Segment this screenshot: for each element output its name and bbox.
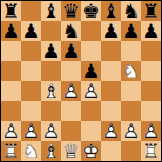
square-c8[interactable]: ♝ [41, 1, 61, 21]
white-bishop: ♗ [41, 141, 61, 161]
square-a4[interactable] [1, 81, 21, 101]
square-f6[interactable] [101, 41, 121, 61]
black-pawn: ♟ [61, 41, 81, 61]
square-c2[interactable]: ♟♙ [41, 121, 61, 141]
white-knight: ♘ [121, 61, 141, 81]
white-knight: ♘ [21, 141, 41, 161]
square-b4[interactable] [21, 81, 41, 101]
square-e1[interactable]: ♚♔ [81, 141, 101, 161]
white-rook-fill: ♜ [1, 141, 21, 161]
square-e4[interactable]: ♟♙ [81, 81, 101, 101]
square-g1[interactable] [121, 141, 141, 161]
black-pawn: ♟ [41, 41, 61, 61]
square-e6[interactable] [81, 41, 101, 61]
square-d5[interactable] [61, 61, 81, 81]
white-bishop: ♗ [41, 81, 61, 101]
square-d1[interactable]: ♛♕ [61, 141, 81, 161]
square-c5[interactable] [41, 61, 61, 81]
square-f8[interactable]: ♝ [101, 1, 121, 21]
white-pawn-fill: ♟ [1, 121, 21, 141]
black-queen: ♛ [61, 1, 81, 21]
square-f5[interactable] [101, 61, 121, 81]
square-g8[interactable]: ♞ [121, 1, 141, 21]
white-knight-fill: ♞ [121, 61, 141, 81]
white-pawn: ♙ [21, 121, 41, 141]
square-c3[interactable] [41, 101, 61, 121]
square-d4[interactable]: ♟♙ [61, 81, 81, 101]
white-bishop-fill: ♝ [41, 81, 61, 101]
square-b8[interactable] [21, 1, 41, 21]
square-e7[interactable] [81, 21, 101, 41]
black-bishop: ♝ [41, 1, 61, 21]
chess-board: ♜♝♛♚♝♞♜♟♟♞♟♟♟♟♟♟♞♘♝♗♟♙♟♙♟♙♟♙♟♙♟♙♟♙♟♙♜♖♞♘… [1, 1, 161, 161]
square-f1[interactable] [101, 141, 121, 161]
square-g2[interactable]: ♟♙ [121, 121, 141, 141]
black-pawn: ♟ [1, 21, 21, 41]
white-queen: ♕ [61, 141, 81, 161]
square-e3[interactable] [81, 101, 101, 121]
white-queen-fill: ♛ [61, 141, 81, 161]
white-pawn-fill: ♟ [141, 121, 161, 141]
square-f2[interactable]: ♟♙ [101, 121, 121, 141]
square-g6[interactable] [121, 41, 141, 61]
square-a7[interactable]: ♟ [1, 21, 21, 41]
white-pawn: ♙ [41, 121, 61, 141]
square-c4[interactable]: ♝♗ [41, 81, 61, 101]
square-h6[interactable] [141, 41, 161, 61]
white-knight-fill: ♞ [21, 141, 41, 161]
square-b6[interactable] [21, 41, 41, 61]
square-d8[interactable]: ♛ [61, 1, 81, 21]
square-a2[interactable]: ♟♙ [1, 121, 21, 141]
white-king-fill: ♚ [81, 141, 101, 161]
square-h7[interactable]: ♟ [141, 21, 161, 41]
square-f7[interactable]: ♟ [101, 21, 121, 41]
black-bishop: ♝ [101, 1, 121, 21]
square-h4[interactable] [141, 81, 161, 101]
square-g7[interactable]: ♟ [121, 21, 141, 41]
square-c6[interactable]: ♟ [41, 41, 61, 61]
square-e8[interactable]: ♚ [81, 1, 101, 21]
square-c1[interactable]: ♝♗ [41, 141, 61, 161]
white-pawn-fill: ♟ [21, 121, 41, 141]
white-pawn-fill: ♟ [61, 81, 81, 101]
square-a8[interactable]: ♜ [1, 1, 21, 21]
square-a6[interactable] [1, 41, 21, 61]
square-h5[interactable] [141, 61, 161, 81]
white-pawn-fill: ♟ [81, 81, 101, 101]
square-d3[interactable] [61, 101, 81, 121]
white-pawn-fill: ♟ [101, 121, 121, 141]
square-h8[interactable]: ♜ [141, 1, 161, 21]
square-b2[interactable]: ♟♙ [21, 121, 41, 141]
white-pawn-fill: ♟ [121, 121, 141, 141]
white-pawn: ♙ [121, 121, 141, 141]
square-h3[interactable] [141, 101, 161, 121]
white-pawn: ♙ [141, 121, 161, 141]
white-pawn-fill: ♟ [41, 121, 61, 141]
black-rook: ♜ [141, 1, 161, 21]
square-g3[interactable] [121, 101, 141, 121]
black-knight: ♞ [121, 1, 141, 21]
white-king: ♔ [81, 141, 101, 161]
black-pawn: ♟ [21, 21, 41, 41]
square-e5[interactable]: ♟ [81, 61, 101, 81]
square-h1[interactable]: ♜♖ [141, 141, 161, 161]
square-g5[interactable]: ♞♘ [121, 61, 141, 81]
square-f4[interactable] [101, 81, 121, 101]
square-d7[interactable]: ♞ [61, 21, 81, 41]
white-pawn: ♙ [61, 81, 81, 101]
square-b3[interactable] [21, 101, 41, 121]
square-h2[interactable]: ♟♙ [141, 121, 161, 141]
square-d6[interactable]: ♟ [61, 41, 81, 61]
white-rook: ♖ [1, 141, 21, 161]
black-pawn: ♟ [141, 21, 161, 41]
white-rook: ♖ [141, 141, 161, 161]
black-knight: ♞ [61, 21, 81, 41]
square-a3[interactable] [1, 101, 21, 121]
white-bishop-fill: ♝ [41, 141, 61, 161]
white-pawn: ♙ [101, 121, 121, 141]
square-c7[interactable] [41, 21, 61, 41]
black-pawn: ♟ [81, 61, 101, 81]
square-a1[interactable]: ♜♖ [1, 141, 21, 161]
square-b7[interactable]: ♟ [21, 21, 41, 41]
square-a5[interactable] [1, 61, 21, 81]
black-king: ♚ [81, 1, 101, 21]
square-b1[interactable]: ♞♘ [21, 141, 41, 161]
black-pawn: ♟ [121, 21, 141, 41]
square-g4[interactable] [121, 81, 141, 101]
white-pawn: ♙ [1, 121, 21, 141]
white-pawn: ♙ [81, 81, 101, 101]
white-rook-fill: ♜ [141, 141, 161, 161]
black-pawn: ♟ [101, 21, 121, 41]
square-e2[interactable] [81, 121, 101, 141]
square-b5[interactable] [21, 61, 41, 81]
square-f3[interactable] [101, 101, 121, 121]
chess-board-frame: ♜♝♛♚♝♞♜♟♟♞♟♟♟♟♟♟♞♘♝♗♟♙♟♙♟♙♟♙♟♙♟♙♟♙♟♙♜♖♞♘… [0, 0, 162, 162]
black-rook: ♜ [1, 1, 21, 21]
square-d2[interactable] [61, 121, 81, 141]
